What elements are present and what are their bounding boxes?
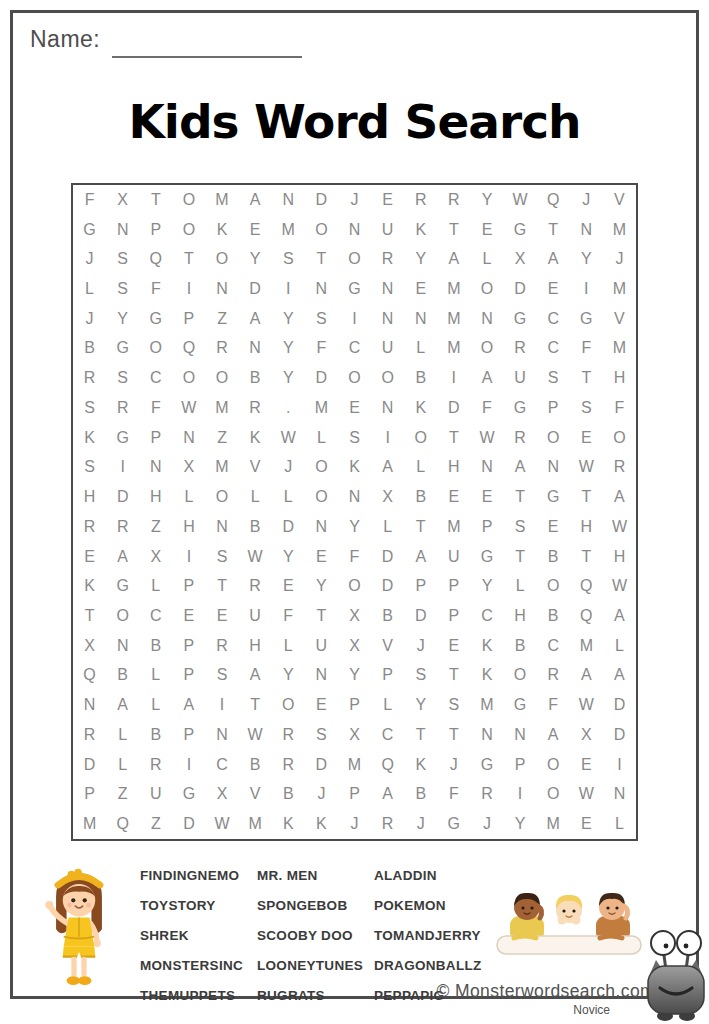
grid-cell[interactable]: T	[139, 185, 172, 215]
grid-cell[interactable]: Z	[106, 780, 139, 810]
grid-cell[interactable]: L	[239, 482, 272, 512]
grid-cell[interactable]: I	[371, 423, 404, 453]
grid-cell[interactable]: X	[371, 482, 404, 512]
grid-cell[interactable]: H	[172, 512, 205, 542]
grid-cell[interactable]: N	[338, 215, 371, 245]
grid-cell[interactable]: N	[305, 274, 338, 304]
grid-cell[interactable]: O	[272, 690, 305, 720]
grid-cell[interactable]: V	[371, 631, 404, 661]
grid-cell[interactable]: S	[205, 661, 238, 691]
grid-cell[interactable]: L	[470, 244, 503, 274]
grid-cell[interactable]: T	[504, 482, 537, 512]
grid-cell[interactable]: O	[537, 750, 570, 780]
grid-cell[interactable]: O	[537, 571, 570, 601]
grid-cell[interactable]: R	[272, 750, 305, 780]
grid-cell[interactable]: N	[470, 453, 503, 483]
grid-cell[interactable]: S	[106, 244, 139, 274]
grid-cell[interactable]: Z	[205, 423, 238, 453]
grid-cell[interactable]: Z	[139, 512, 172, 542]
grid-cell[interactable]: W	[570, 690, 603, 720]
grid-cell[interactable]: G	[470, 542, 503, 572]
grid-cell[interactable]: U	[371, 334, 404, 364]
grid-cell[interactable]: N	[205, 720, 238, 750]
grid-cell[interactable]: M	[603, 274, 636, 304]
grid-cell[interactable]: N	[504, 720, 537, 750]
grid-cell[interactable]: R	[73, 512, 106, 542]
grid-cell[interactable]: .	[272, 393, 305, 423]
grid-cell[interactable]: Q	[570, 601, 603, 631]
grid-cell[interactable]: M	[437, 512, 470, 542]
grid-cell[interactable]: A	[239, 185, 272, 215]
grid-cell[interactable]: C	[205, 750, 238, 780]
grid-cell[interactable]: E	[272, 571, 305, 601]
grid-cell[interactable]: Y	[504, 809, 537, 839]
grid-cell[interactable]: O	[172, 185, 205, 215]
grid-cell[interactable]: I	[504, 780, 537, 810]
grid-cell[interactable]: G	[437, 809, 470, 839]
grid-cell[interactable]: K	[239, 423, 272, 453]
grid-cell[interactable]: A	[172, 690, 205, 720]
grid-cell[interactable]: B	[504, 631, 537, 661]
grid-cell[interactable]: L	[603, 631, 636, 661]
grid-cell[interactable]: X	[338, 631, 371, 661]
grid-cell[interactable]: L	[504, 571, 537, 601]
grid-cell[interactable]: L	[305, 423, 338, 453]
grid-cell[interactable]: O	[338, 571, 371, 601]
grid-cell[interactable]: C	[470, 601, 503, 631]
grid-cell[interactable]: D	[603, 720, 636, 750]
grid-cell[interactable]: Y	[570, 244, 603, 274]
grid-cell[interactable]: F	[272, 601, 305, 631]
grid-cell[interactable]: S	[73, 393, 106, 423]
grid-cell[interactable]: T	[305, 244, 338, 274]
grid-cell[interactable]: K	[272, 809, 305, 839]
grid-cell[interactable]: R	[106, 512, 139, 542]
grid-cell[interactable]: L	[139, 571, 172, 601]
grid-cell[interactable]: O	[139, 334, 172, 364]
grid-cell[interactable]: F	[139, 274, 172, 304]
grid-cell[interactable]: N	[470, 304, 503, 334]
grid-cell[interactable]: L	[172, 482, 205, 512]
grid-cell[interactable]: B	[106, 661, 139, 691]
grid-cell[interactable]: A	[537, 244, 570, 274]
grid-cell[interactable]: B	[537, 601, 570, 631]
grid-cell[interactable]: W	[470, 423, 503, 453]
grid-cell[interactable]: Q	[106, 809, 139, 839]
grid-cell[interactable]: R	[205, 334, 238, 364]
grid-cell[interactable]: D	[305, 185, 338, 215]
grid-cell[interactable]: B	[239, 363, 272, 393]
grid-cell[interactable]: E	[537, 512, 570, 542]
grid-cell[interactable]: N	[603, 780, 636, 810]
grid-cell[interactable]: N	[537, 453, 570, 483]
grid-cell[interactable]: P	[437, 571, 470, 601]
grid-cell[interactable]: L	[139, 661, 172, 691]
grid-cell[interactable]: W	[570, 453, 603, 483]
grid-cell[interactable]: O	[205, 482, 238, 512]
grid-cell[interactable]: S	[205, 542, 238, 572]
grid-cell[interactable]: W	[570, 780, 603, 810]
grid-cell[interactable]: S	[570, 393, 603, 423]
grid-cell[interactable]: O	[205, 244, 238, 274]
grid-cell[interactable]: P	[172, 661, 205, 691]
name-blank-line[interactable]	[112, 56, 302, 58]
grid-cell[interactable]: Q	[73, 661, 106, 691]
grid-cell[interactable]: L	[106, 750, 139, 780]
grid-cell[interactable]: B	[404, 482, 437, 512]
grid-cell[interactable]: E	[305, 690, 338, 720]
grid-cell[interactable]: F	[537, 690, 570, 720]
grid-cell[interactable]: Y	[338, 661, 371, 691]
grid-cell[interactable]: C	[338, 334, 371, 364]
grid-cell[interactable]: F	[73, 185, 106, 215]
grid-cell[interactable]: N	[239, 334, 272, 364]
grid-cell[interactable]: O	[172, 363, 205, 393]
grid-cell[interactable]: K	[205, 215, 238, 245]
grid-cell[interactable]: H	[603, 363, 636, 393]
grid-cell[interactable]: C	[371, 720, 404, 750]
grid-cell[interactable]: P	[139, 423, 172, 453]
grid-cell[interactable]: J	[73, 244, 106, 274]
grid-cell[interactable]: J	[470, 809, 503, 839]
grid-cell[interactable]: M	[603, 334, 636, 364]
grid-cell[interactable]: Y	[272, 334, 305, 364]
grid-cell[interactable]: B	[239, 750, 272, 780]
grid-cell[interactable]: G	[139, 304, 172, 334]
grid-cell[interactable]: N	[371, 393, 404, 423]
grid-cell[interactable]: L	[371, 690, 404, 720]
grid-cell[interactable]: D	[305, 750, 338, 780]
grid-cell[interactable]: X	[106, 185, 139, 215]
grid-cell[interactable]: R	[73, 363, 106, 393]
grid-cell[interactable]: A	[371, 780, 404, 810]
grid-cell[interactable]: P	[404, 571, 437, 601]
grid-cell[interactable]: A	[437, 244, 470, 274]
grid-cell[interactable]: R	[139, 750, 172, 780]
grid-cell[interactable]: H	[139, 482, 172, 512]
grid-cell[interactable]: L	[139, 690, 172, 720]
grid-cell[interactable]: C	[139, 363, 172, 393]
grid-cell[interactable]: S	[272, 244, 305, 274]
grid-cell[interactable]: G	[106, 334, 139, 364]
grid-cell[interactable]: K	[73, 423, 106, 453]
grid-cell[interactable]: X	[338, 720, 371, 750]
grid-cell[interactable]: T	[570, 542, 603, 572]
grid-cell[interactable]: J	[338, 809, 371, 839]
grid-cell[interactable]: O	[338, 244, 371, 274]
grid-cell[interactable]: Y	[272, 363, 305, 393]
grid-cell[interactable]: M	[338, 750, 371, 780]
grid-cell[interactable]: O	[305, 215, 338, 245]
grid-cell[interactable]: G	[504, 304, 537, 334]
grid-cell[interactable]: A	[570, 661, 603, 691]
grid-cell[interactable]: D	[106, 482, 139, 512]
grid-cell[interactable]: W	[239, 542, 272, 572]
grid-cell[interactable]: L	[272, 482, 305, 512]
grid-cell[interactable]: O	[338, 363, 371, 393]
grid-cell[interactable]: V	[603, 185, 636, 215]
grid-cell[interactable]: R	[504, 334, 537, 364]
grid-cell[interactable]: P	[437, 601, 470, 631]
grid-cell[interactable]: T	[437, 661, 470, 691]
grid-cell[interactable]: I	[603, 750, 636, 780]
grid-cell[interactable]: H	[239, 631, 272, 661]
grid-cell[interactable]: B	[371, 601, 404, 631]
grid-cell[interactable]: A	[371, 453, 404, 483]
grid-cell[interactable]: R	[106, 393, 139, 423]
grid-cell[interactable]: W	[603, 512, 636, 542]
grid-cell[interactable]: D	[239, 274, 272, 304]
grid-cell[interactable]: L	[73, 274, 106, 304]
grid-cell[interactable]: K	[404, 750, 437, 780]
grid-cell[interactable]: R	[470, 780, 503, 810]
grid-cell[interactable]: F	[338, 542, 371, 572]
grid-cell[interactable]: M	[239, 809, 272, 839]
grid-cell[interactable]: L	[371, 512, 404, 542]
grid-cell[interactable]: G	[504, 690, 537, 720]
grid-cell[interactable]: W	[603, 571, 636, 601]
grid-cell[interactable]: E	[338, 393, 371, 423]
grid-cell[interactable]: T	[570, 363, 603, 393]
grid-cell[interactable]: R	[371, 809, 404, 839]
grid-cell[interactable]: D	[371, 571, 404, 601]
grid-cell[interactable]: K	[404, 215, 437, 245]
grid-cell[interactable]: G	[106, 423, 139, 453]
grid-cell[interactable]: P	[73, 780, 106, 810]
grid-cell[interactable]: A	[603, 482, 636, 512]
grid-cell[interactable]: I	[437, 363, 470, 393]
grid-cell[interactable]: E	[205, 601, 238, 631]
grid-cell[interactable]: E	[172, 601, 205, 631]
grid-cell[interactable]: X	[172, 453, 205, 483]
grid-cell[interactable]: H	[504, 601, 537, 631]
grid-cell[interactable]: Y	[338, 512, 371, 542]
grid-cell[interactable]: Y	[272, 542, 305, 572]
grid-cell[interactable]: E	[470, 215, 503, 245]
grid-cell[interactable]: M	[570, 631, 603, 661]
grid-cell[interactable]: R	[73, 720, 106, 750]
grid-cell[interactable]: U	[504, 363, 537, 393]
grid-cell[interactable]: T	[404, 720, 437, 750]
grid-cell[interactable]: D	[272, 512, 305, 542]
grid-cell[interactable]: K	[305, 809, 338, 839]
grid-cell[interactable]: R	[537, 661, 570, 691]
grid-cell[interactable]: A	[504, 453, 537, 483]
grid-cell[interactable]: S	[305, 720, 338, 750]
grid-cell[interactable]: B	[239, 512, 272, 542]
grid-cell[interactable]: W	[172, 393, 205, 423]
grid-cell[interactable]: Y	[404, 244, 437, 274]
grid-cell[interactable]: Y	[106, 304, 139, 334]
grid-cell[interactable]: W	[239, 720, 272, 750]
grid-cell[interactable]: D	[603, 690, 636, 720]
grid-cell[interactable]: I	[272, 274, 305, 304]
grid-cell[interactable]: Q	[139, 244, 172, 274]
grid-cell[interactable]: M	[470, 690, 503, 720]
grid-cell[interactable]: U	[139, 780, 172, 810]
grid-cell[interactable]: P	[470, 512, 503, 542]
grid-cell[interactable]: R	[437, 185, 470, 215]
grid-cell[interactable]: E	[73, 542, 106, 572]
grid-cell[interactable]: C	[139, 601, 172, 631]
grid-cell[interactable]: K	[73, 571, 106, 601]
grid-cell[interactable]: C	[537, 304, 570, 334]
grid-cell[interactable]: W	[504, 185, 537, 215]
grid-cell[interactable]: N	[205, 512, 238, 542]
grid-cell[interactable]: K	[470, 631, 503, 661]
grid-cell[interactable]: V	[239, 453, 272, 483]
grid-cell[interactable]: O	[537, 780, 570, 810]
grid-cell[interactable]: G	[338, 274, 371, 304]
grid-cell[interactable]: L	[106, 720, 139, 750]
grid-cell[interactable]: P	[172, 304, 205, 334]
grid-cell[interactable]: S	[404, 661, 437, 691]
grid-cell[interactable]: D	[371, 542, 404, 572]
grid-cell[interactable]: X	[338, 601, 371, 631]
grid-cell[interactable]: Y	[305, 571, 338, 601]
grid-cell[interactable]: B	[404, 780, 437, 810]
grid-cell[interactable]: O	[504, 661, 537, 691]
grid-cell[interactable]: E	[470, 482, 503, 512]
grid-cell[interactable]: R	[504, 423, 537, 453]
grid-cell[interactable]: E	[239, 215, 272, 245]
grid-cell[interactable]: W	[205, 809, 238, 839]
grid-cell[interactable]: U	[239, 601, 272, 631]
grid-cell[interactable]: D	[404, 601, 437, 631]
grid-cell[interactable]: R	[205, 631, 238, 661]
grid-cell[interactable]: O	[172, 215, 205, 245]
grid-cell[interactable]: H	[437, 453, 470, 483]
grid-cell[interactable]: P	[172, 571, 205, 601]
grid-cell[interactable]: I	[172, 750, 205, 780]
grid-cell[interactable]: H	[73, 482, 106, 512]
grid-cell[interactable]: W	[272, 423, 305, 453]
grid-cell[interactable]: A	[537, 720, 570, 750]
grid-cell[interactable]: F	[437, 780, 470, 810]
grid-cell[interactable]: E	[570, 423, 603, 453]
grid-cell[interactable]: N	[305, 661, 338, 691]
grid-cell[interactable]: J	[73, 304, 106, 334]
grid-cell[interactable]: B	[537, 542, 570, 572]
grid-cell[interactable]: L	[404, 453, 437, 483]
grid-cell[interactable]: A	[470, 363, 503, 393]
grid-cell[interactable]: T	[437, 215, 470, 245]
grid-cell[interactable]: M	[73, 809, 106, 839]
grid-cell[interactable]: Q	[537, 185, 570, 215]
grid-cell[interactable]: A	[603, 601, 636, 631]
grid-cell[interactable]: Y	[272, 661, 305, 691]
grid-cell[interactable]: O	[371, 363, 404, 393]
grid-cell[interactable]: H	[570, 512, 603, 542]
grid-cell[interactable]: A	[603, 661, 636, 691]
grid-cell[interactable]: R	[239, 393, 272, 423]
grid-cell[interactable]: N	[470, 720, 503, 750]
grid-cell[interactable]: X	[504, 244, 537, 274]
grid-cell[interactable]: U	[371, 215, 404, 245]
grid-cell[interactable]: X	[139, 542, 172, 572]
grid-cell[interactable]: D	[437, 393, 470, 423]
grid-cell[interactable]: O	[603, 423, 636, 453]
grid-cell[interactable]: B	[139, 631, 172, 661]
grid-cell[interactable]: M	[272, 215, 305, 245]
grid-cell[interactable]: G	[73, 215, 106, 245]
grid-cell[interactable]: R	[404, 185, 437, 215]
grid-cell[interactable]: N	[106, 631, 139, 661]
grid-cell[interactable]: Q	[172, 334, 205, 364]
grid-cell[interactable]: M	[437, 334, 470, 364]
grid-cell[interactable]: O	[537, 423, 570, 453]
grid-cell[interactable]: G	[504, 215, 537, 245]
grid-cell[interactable]: O	[470, 274, 503, 304]
grid-cell[interactable]: O	[404, 423, 437, 453]
grid-cell[interactable]: Q	[570, 571, 603, 601]
grid-cell[interactable]: J	[603, 244, 636, 274]
grid-cell[interactable]: N	[371, 274, 404, 304]
grid-cell[interactable]: S	[338, 423, 371, 453]
grid-cell[interactable]: O	[205, 363, 238, 393]
grid-cell[interactable]: J	[305, 780, 338, 810]
grid-cell[interactable]: J	[404, 809, 437, 839]
grid-cell[interactable]: G	[106, 571, 139, 601]
grid-cell[interactable]: N	[139, 453, 172, 483]
grid-cell[interactable]: P	[172, 631, 205, 661]
grid-cell[interactable]: E	[537, 274, 570, 304]
grid-cell[interactable]: Z	[205, 304, 238, 334]
grid-cell[interactable]: T	[537, 215, 570, 245]
grid-cell[interactable]: E	[437, 482, 470, 512]
grid-cell[interactable]: A	[404, 542, 437, 572]
grid-cell[interactable]: M	[205, 453, 238, 483]
grid-cell[interactable]: N	[172, 423, 205, 453]
grid-cell[interactable]: I	[338, 304, 371, 334]
grid-cell[interactable]: X	[570, 720, 603, 750]
grid-cell[interactable]: Q	[371, 750, 404, 780]
grid-cell[interactable]: Y	[470, 185, 503, 215]
grid-cell[interactable]: X	[73, 631, 106, 661]
grid-cell[interactable]: T	[437, 720, 470, 750]
grid-cell[interactable]: S	[106, 274, 139, 304]
grid-cell[interactable]: N	[570, 215, 603, 245]
grid-cell[interactable]: U	[437, 542, 470, 572]
grid-cell[interactable]: P	[338, 690, 371, 720]
grid-cell[interactable]: R	[603, 453, 636, 483]
grid-cell[interactable]: M	[603, 215, 636, 245]
grid-cell[interactable]: E	[570, 809, 603, 839]
grid-cell[interactable]: N	[305, 512, 338, 542]
grid-cell[interactable]: T	[239, 690, 272, 720]
grid-cell[interactable]: T	[205, 571, 238, 601]
grid-cell[interactable]: M	[537, 809, 570, 839]
grid-cell[interactable]: M	[205, 393, 238, 423]
grid-cell[interactable]: F	[470, 393, 503, 423]
grid-cell[interactable]: N	[338, 482, 371, 512]
grid-cell[interactable]: Y	[239, 244, 272, 274]
grid-cell[interactable]: U	[305, 631, 338, 661]
grid-cell[interactable]: I	[172, 542, 205, 572]
grid-cell[interactable]: T	[305, 601, 338, 631]
grid-cell[interactable]: N	[404, 304, 437, 334]
grid-cell[interactable]: Y	[404, 690, 437, 720]
grid-cell[interactable]: Z	[139, 809, 172, 839]
grid-cell[interactable]: J	[570, 185, 603, 215]
grid-cell[interactable]: N	[205, 274, 238, 304]
grid-cell[interactable]: D	[172, 809, 205, 839]
grid-cell[interactable]: P	[537, 393, 570, 423]
grid-cell[interactable]: H	[603, 542, 636, 572]
grid-cell[interactable]: B	[73, 334, 106, 364]
grid-cell[interactable]: N	[106, 215, 139, 245]
grid-cell[interactable]: F	[139, 393, 172, 423]
